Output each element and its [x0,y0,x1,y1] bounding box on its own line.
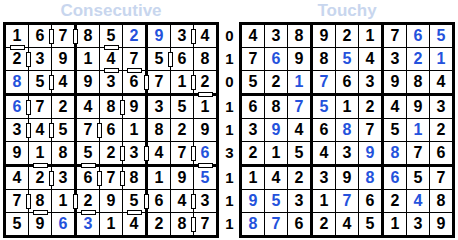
cell[interactable]: 5 [242,71,264,93]
touchy-title: Touchy [239,1,455,21]
consecutive-marker [97,171,102,186]
cell[interactable]: 4 [148,142,170,164]
cell[interactable]: 1 [265,142,287,164]
puzzle-page: Consecutive Touchy 167852934239147568854… [0,0,458,240]
cell[interactable]: 6 [29,25,51,47]
cell[interactable]: 3 [29,48,51,70]
consecutive-marker [144,194,149,209]
cell[interactable]: 4 [430,71,452,93]
consecutive-marker [73,194,78,209]
cell[interactable]: 8 [336,119,358,141]
consecutive-marker [26,52,31,67]
cell[interactable]: 9 [407,96,429,118]
cell[interactable]: 6 [265,48,287,70]
cell[interactable]: 4 [123,213,145,235]
cell[interactable]: 6 [384,167,406,189]
consecutive-board: 1678529342391475688549367126724893513457… [3,22,219,238]
cell[interactable]: 6 [288,213,310,235]
cell[interactable]: 5 [123,190,145,212]
cell[interactable]: 9 [171,167,193,189]
consecutive-marker [81,210,96,215]
cell[interactable]: 7 [171,142,193,164]
cell[interactable]: 2 [265,71,287,93]
cell[interactable]: 9 [265,119,287,141]
cell[interactable]: 1 [194,96,216,118]
consecutive-marker [26,100,31,115]
consecutive-marker [97,123,102,138]
consecutive-marker [144,75,149,90]
cell[interactable]: 7 [6,190,28,212]
cell[interactable]: 2 [29,167,51,189]
cell[interactable]: 9 [313,25,335,47]
cell[interactable]: 2 [242,142,264,164]
cell[interactable]: 8 [265,96,287,118]
cell[interactable]: 3 [359,71,381,93]
consecutive-marker [168,52,173,67]
cell[interactable]: 6 [242,96,264,118]
cell[interactable]: 8 [359,167,381,189]
consecutive-marker [73,29,78,44]
cell[interactable]: 8 [148,119,170,141]
cell[interactable]: 7 [52,25,74,47]
cell[interactable]: 8 [77,25,99,47]
cell[interactable]: 5 [265,190,287,212]
cell[interactable]: 7 [123,48,145,70]
cell[interactable]: 5 [77,142,99,164]
cell[interactable]: 1 [288,71,310,93]
cell[interactable]: 3 [6,119,28,141]
cell[interactable]: 2 [288,167,310,189]
consecutive-marker [198,163,213,168]
cell[interactable]: 9 [77,71,99,93]
cell[interactable]: 6 [148,190,170,212]
consecutive-marker [49,75,54,90]
cell[interactable]: 8 [52,142,74,164]
consecutive-marker [191,146,196,161]
cell[interactable]: 9 [6,142,28,164]
cell[interactable]: 4 [77,96,99,118]
cell[interactable]: 2 [384,190,406,212]
cell[interactable]: 2 [359,96,381,118]
row-label: 1 [220,119,239,141]
cell[interactable]: 8 [29,190,51,212]
cell[interactable]: 3 [171,25,193,47]
consecutive-marker [104,68,119,73]
cell[interactable]: 1 [242,167,264,189]
cell[interactable]: 6 [359,190,381,212]
cell[interactable]: 1 [29,142,51,164]
cell[interactable]: 3 [52,167,74,189]
cell[interactable]: 9 [100,190,122,212]
cell[interactable]: 2 [336,25,358,47]
cell[interactable]: 4 [242,25,264,47]
cell[interactable]: 7 [194,213,216,235]
cell[interactable]: 8 [194,48,216,70]
consecutive-marker [127,68,142,73]
cell[interactable]: 8 [313,48,335,70]
cell[interactable]: 8 [242,213,264,235]
cell[interactable]: 4 [52,71,74,93]
cell[interactable]: 2 [6,48,28,70]
between-row-labels: 010113111 [220,22,239,238]
cell[interactable]: 2 [52,96,74,118]
cell[interactable]: 6 [100,119,122,141]
consecutive-marker [120,146,125,161]
consecutive-marker [81,163,96,168]
cell[interactable]: 9 [29,213,51,235]
cell[interactable]: 1 [359,25,381,47]
cell[interactable]: 6 [52,213,74,235]
cell[interactable]: 3 [384,48,406,70]
cell[interactable]: 8 [6,71,28,93]
row-label: 0 [220,71,239,93]
cell[interactable]: 9 [52,48,74,70]
cell[interactable]: 8 [100,96,122,118]
consecutive-marker [191,217,196,232]
row-label: 1 [220,96,239,118]
cell[interactable]: 2 [77,190,99,212]
cell[interactable]: 4 [288,119,310,141]
cell[interactable]: 6 [313,119,335,141]
consecutive-marker [26,123,31,138]
cell[interactable]: 2 [148,213,170,235]
cell[interactable]: 3 [265,25,287,47]
consecutive-marker [49,171,54,186]
touchy-board: 4389217657698543215217639846875124933946… [239,22,455,238]
consecutive-marker [144,146,149,161]
cell[interactable]: 2 [313,213,335,235]
cell[interactable]: 6 [194,142,216,164]
cell[interactable]: 4 [336,213,358,235]
cell[interactable]: 7 [242,48,264,70]
cell[interactable]: 3 [242,119,264,141]
consecutive-marker [191,194,196,209]
cell[interactable]: 1 [384,213,406,235]
row-label: 1 [220,213,239,235]
cell[interactable]: 5 [52,119,74,141]
cell[interactable]: 5 [384,119,406,141]
row-label: 1 [220,48,239,70]
cell[interactable]: 2 [100,142,122,164]
consecutive-marker [120,171,125,186]
cell[interactable]: 2 [194,71,216,93]
cell[interactable]: 1 [430,48,452,70]
cell[interactable]: 9 [384,71,406,93]
cell[interactable]: 3 [288,190,310,212]
cell[interactable]: 6 [171,48,193,70]
cell[interactable]: 2 [430,119,452,141]
cell[interactable]: 5 [194,167,216,189]
cell[interactable]: 4 [100,48,122,70]
cell[interactable]: 5 [288,142,310,164]
cell[interactable]: 9 [123,96,145,118]
cell[interactable]: 9 [359,142,381,164]
cell[interactable]: 7 [29,96,51,118]
cell[interactable]: 7 [359,119,381,141]
cell[interactable]: 3 [430,96,452,118]
cell[interactable]: 9 [288,48,310,70]
cell[interactable]: 3 [148,96,170,118]
row-label: 1 [220,167,239,189]
cell[interactable]: 1 [407,119,429,141]
cell[interactable]: 9 [242,190,264,212]
cell[interactable]: 5 [100,25,122,47]
cell[interactable]: 9 [430,213,452,235]
cell[interactable]: 5 [313,96,335,118]
cell[interactable]: 1 [100,213,122,235]
cell[interactable]: 6 [336,71,358,93]
consecutive-marker [33,163,48,168]
cell[interactable]: 3 [123,142,145,164]
cell[interactable]: 3 [194,190,216,212]
cell[interactable]: 4 [265,167,287,189]
cell[interactable]: 5 [6,213,28,235]
cell[interactable]: 4 [194,25,216,47]
cell[interactable]: 3 [77,213,99,235]
cell[interactable]: 4 [171,190,193,212]
cell[interactable]: 1 [336,96,358,118]
cell[interactable]: 9 [194,119,216,141]
cell[interactable]: 3 [336,142,358,164]
cell[interactable]: 6 [430,142,452,164]
cell[interactable]: 1 [77,48,99,70]
cell[interactable]: 8 [384,142,406,164]
cell[interactable]: 7 [148,71,170,93]
cell[interactable]: 1 [6,25,28,47]
cell[interactable]: 7 [336,190,358,212]
consecutive-marker [127,210,142,215]
consecutive-marker [10,45,25,50]
cell[interactable]: 1 [313,190,335,212]
cell[interactable]: 4 [359,48,381,70]
row-label: 0 [220,25,239,47]
cell[interactable]: 6 [6,96,28,118]
cell[interactable]: 7 [100,167,122,189]
cell[interactable]: 7 [288,96,310,118]
cell[interactable]: 3 [407,213,429,235]
cell[interactable]: 6 [407,25,429,47]
cell[interactable]: 8 [171,213,193,235]
consecutive-marker [191,29,196,44]
cell[interactable]: 9 [336,167,358,189]
consecutive-marker [26,194,31,209]
cell[interactable]: 3 [100,71,122,93]
cell[interactable]: 7 [313,71,335,93]
cell[interactable]: 3 [313,167,335,189]
cell[interactable]: 4 [384,96,406,118]
cell[interactable]: 1 [123,119,145,141]
cell[interactable]: 5 [430,25,452,47]
cell[interactable]: 1 [52,190,74,212]
cell[interactable]: 1 [148,167,170,189]
cell[interactable]: 2 [123,25,145,47]
cell[interactable]: 4 [6,167,28,189]
consecutive-marker [191,75,196,90]
cell[interactable]: 5 [171,96,193,118]
cell[interactable]: 8 [430,190,452,212]
cell[interactable]: 5 [29,71,51,93]
cell[interactable]: 2 [171,119,193,141]
cell[interactable]: 6 [123,71,145,93]
cell[interactable]: 8 [407,71,429,93]
cell[interactable]: 8 [123,167,145,189]
consecutive-marker [33,210,48,215]
cell[interactable]: 7 [384,25,406,47]
row-label: 3 [220,142,239,164]
consecutive-title: Consecutive [3,1,219,21]
consecutive-marker [49,29,54,44]
cell[interactable]: 7 [407,142,429,164]
consecutive-marker [120,100,125,115]
consecutive-marker [104,45,119,50]
cell[interactable]: 2 [407,48,429,70]
cell[interactable]: 7 [77,119,99,141]
cell[interactable]: 4 [29,119,51,141]
cell[interactable]: 8 [288,25,310,47]
consecutive-marker [49,123,54,138]
row-label: 1 [220,190,239,212]
cell[interactable]: 4 [313,142,335,164]
cell[interactable]: 5 [407,167,429,189]
cell[interactable]: 9 [148,25,170,47]
cell[interactable]: 1 [171,71,193,93]
cell[interactable]: 4 [407,190,429,212]
cell[interactable]: 7 [430,167,452,189]
cell[interactable]: 5 [148,48,170,70]
cell[interactable]: 5 [359,213,381,235]
cell[interactable]: 7 [265,213,287,235]
cell[interactable]: 6 [77,167,99,189]
cell[interactable]: 5 [336,48,358,70]
consecutive-marker [198,92,213,97]
